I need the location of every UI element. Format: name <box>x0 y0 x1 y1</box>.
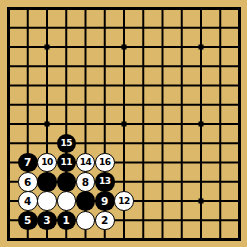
move-number: 3 <box>43 215 50 226</box>
stone-white-F2[interactable]: 2 <box>95 211 115 231</box>
stone-black-D4[interactable] <box>57 172 77 192</box>
move-number: 15 <box>60 139 72 148</box>
move-number: 7 <box>24 157 31 168</box>
move-number: 2 <box>101 215 108 226</box>
stone-black-C4[interactable] <box>37 172 57 192</box>
go-board[interactable]: 15710111416681349125312 <box>0 0 247 247</box>
stone-black-D5[interactable]: 11 <box>57 153 77 173</box>
star-point <box>45 45 50 50</box>
move-number: 4 <box>24 196 31 207</box>
move-number: 10 <box>41 158 53 167</box>
star-point <box>45 122 50 127</box>
star-point <box>122 45 127 50</box>
stone-white-B4[interactable]: 6 <box>18 172 38 192</box>
stone-white-G3[interactable]: 12 <box>114 191 134 211</box>
star-point <box>122 122 127 127</box>
move-number: 14 <box>80 158 92 167</box>
stone-black-B5[interactable]: 7 <box>18 153 38 173</box>
move-number: 8 <box>82 177 89 188</box>
move-number: 9 <box>101 196 108 207</box>
stone-white-D3[interactable] <box>57 191 77 211</box>
stone-black-E3[interactable] <box>76 191 96 211</box>
stone-white-E2[interactable] <box>76 211 96 231</box>
stone-black-B2[interactable]: 5 <box>18 211 38 231</box>
star-point <box>199 199 204 204</box>
star-point <box>199 122 204 127</box>
stone-white-C3[interactable] <box>37 191 57 211</box>
stone-black-C2[interactable]: 3 <box>37 211 57 231</box>
stone-white-E4[interactable]: 8 <box>76 172 96 192</box>
move-number: 11 <box>60 158 72 167</box>
stone-black-F4[interactable]: 13 <box>95 172 115 192</box>
move-number: 5 <box>24 215 31 226</box>
move-number: 13 <box>99 177 111 186</box>
move-number: 6 <box>24 177 31 188</box>
stone-white-F5[interactable]: 16 <box>95 153 115 173</box>
stone-white-C5[interactable]: 10 <box>37 153 57 173</box>
stone-black-F3[interactable]: 9 <box>95 191 115 211</box>
move-number: 12 <box>118 197 130 206</box>
stone-black-D6[interactable]: 15 <box>57 134 77 154</box>
stone-white-B3[interactable]: 4 <box>18 191 38 211</box>
stone-black-D2[interactable]: 1 <box>57 211 77 231</box>
move-number: 16 <box>99 158 111 167</box>
star-point <box>199 45 204 50</box>
move-number: 1 <box>63 215 70 226</box>
